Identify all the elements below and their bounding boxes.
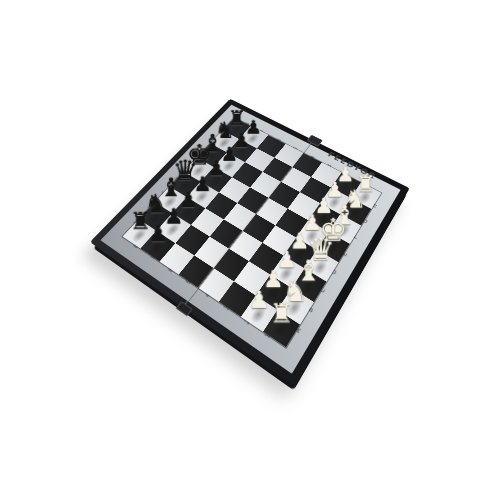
chess-board: ABCDEFGH ABCDEFGH 87654321 87654321 FEED… [90,99,410,387]
board-border: ABCDEFGH ABCDEFGH 87654321 87654321 FEED… [100,105,400,374]
photo-canvas: ABCDEFGH ABCDEFGH 87654321 87654321 FEED… [0,0,500,500]
board-frame: ABCDEFGH ABCDEFGH 87654321 87654321 FEED… [90,99,410,387]
piece-black-pawn-a7[interactable]: ♟ [139,224,177,246]
square-c6[interactable] [190,208,223,237]
piece-white-rook-a1[interactable]: ♜ [261,301,303,328]
